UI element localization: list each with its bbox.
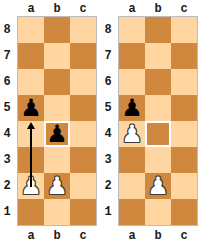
rank-label-6: 6 <box>0 69 17 95</box>
rank-label-7: 7 <box>101 43 118 69</box>
rank-label-4: 4 <box>0 121 17 147</box>
white-pawn: ♟ <box>119 121 145 147</box>
square-b3 <box>44 147 70 173</box>
rank-label-8: 8 <box>101 17 118 43</box>
board-block-right: abc 87654321 ♟♟♟ abc <box>101 0 201 245</box>
file-label-a: a <box>119 3 145 16</box>
square-a1 <box>18 199 44 225</box>
file-label-c: c <box>171 230 197 243</box>
square-a6 <box>18 69 44 95</box>
board-block-left: abc 87654321 ♟♟♟♟ abc <box>0 0 100 245</box>
square-b4 <box>145 121 171 147</box>
square-a1 <box>119 199 145 225</box>
square-a2 <box>119 173 145 199</box>
square-b6 <box>145 69 171 95</box>
rank-label-7: 7 <box>0 43 17 69</box>
rank-label-5: 5 <box>101 95 118 121</box>
square-c7 <box>171 43 197 69</box>
square-a7 <box>18 43 44 69</box>
square-b5 <box>44 95 70 121</box>
chess-board: ♟♟♟ <box>118 16 198 226</box>
square-b8 <box>44 17 70 43</box>
square-c1 <box>70 199 96 225</box>
white-pawn: ♟ <box>44 173 70 199</box>
square-c5 <box>171 95 197 121</box>
rank-label-1: 1 <box>0 199 17 225</box>
square-a7 <box>119 43 145 69</box>
square-c5 <box>70 95 96 121</box>
white-pawn: ♟ <box>145 173 171 199</box>
square-b8 <box>145 17 171 43</box>
square-a3 <box>119 147 145 173</box>
square-b7 <box>145 43 171 69</box>
square-a6 <box>119 69 145 95</box>
square-a5: ♟ <box>119 95 145 121</box>
square-b1 <box>44 199 70 225</box>
file-labels-top: abc <box>17 0 97 16</box>
black-pawn: ♟ <box>18 95 44 121</box>
square-c7 <box>70 43 96 69</box>
move-arrow-line <box>30 129 32 187</box>
file-labels-bottom: abc <box>17 226 97 243</box>
square-a8 <box>119 17 145 43</box>
file-label-b: b <box>145 230 171 243</box>
rank-label-6: 6 <box>101 69 118 95</box>
black-pawn: ♟ <box>119 95 145 121</box>
square-c6 <box>171 69 197 95</box>
square-a4: ♟ <box>119 121 145 147</box>
file-labels-top: abc <box>118 0 198 16</box>
rank-label-8: 8 <box>0 17 17 43</box>
square-c8 <box>70 17 96 43</box>
rank-labels: 87654321 <box>0 16 17 226</box>
file-label-a: a <box>119 230 145 243</box>
square-c2 <box>171 173 197 199</box>
square-b7 <box>44 43 70 69</box>
rank-label-5: 5 <box>0 95 17 121</box>
square-c3 <box>171 147 197 173</box>
square-b4: ♟ <box>44 121 70 147</box>
rank-label-4: 4 <box>101 121 118 147</box>
rank-label-2: 2 <box>0 173 17 199</box>
file-label-b: b <box>145 3 171 16</box>
en-passant-diagram: abc 87654321 ♟♟♟♟ abc abc 87654321 ♟♟♟ a… <box>0 0 201 245</box>
square-c3 <box>70 147 96 173</box>
square-c1 <box>171 199 197 225</box>
file-label-c: c <box>70 230 96 243</box>
square-c2 <box>70 173 96 199</box>
square-c6 <box>70 69 96 95</box>
file-label-b: b <box>44 3 70 16</box>
square-b6 <box>44 69 70 95</box>
square-b5 <box>145 95 171 121</box>
square-b1 <box>145 199 171 225</box>
square-b3 <box>145 147 171 173</box>
square-b2: ♟ <box>44 173 70 199</box>
file-label-a: a <box>18 3 44 16</box>
file-label-b: b <box>44 230 70 243</box>
rank-label-2: 2 <box>101 173 118 199</box>
square-c4 <box>70 121 96 147</box>
chess-board: ♟♟♟♟ <box>17 16 97 226</box>
rank-label-3: 3 <box>0 147 17 173</box>
square-a5: ♟ <box>18 95 44 121</box>
file-label-c: c <box>70 3 96 16</box>
square-c8 <box>171 17 197 43</box>
rank-label-1: 1 <box>101 199 118 225</box>
file-label-c: c <box>171 3 197 16</box>
file-labels-bottom: abc <box>118 226 198 243</box>
file-label-a: a <box>18 230 44 243</box>
rank-label-3: 3 <box>101 147 118 173</box>
square-c4 <box>171 121 197 147</box>
move-arrow-head <box>27 122 35 129</box>
black-pawn: ♟ <box>44 121 70 147</box>
square-b2: ♟ <box>145 173 171 199</box>
rank-labels: 87654321 <box>101 16 118 226</box>
square-a8 <box>18 17 44 43</box>
